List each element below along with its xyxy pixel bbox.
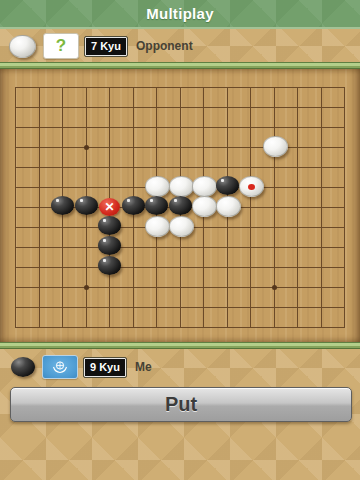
white-stone [169,216,194,237]
forbidden-x-marker: ✕ [99,198,120,216]
white-stone [169,176,194,197]
white-stone [216,196,241,217]
black-stone [216,176,239,195]
board-edge-top [0,62,360,69]
black-stone [98,256,121,275]
header-bar: Multiplay [0,0,360,29]
me-row: 9 Kyu Me [0,353,360,381]
board-edge-bottom [0,342,360,349]
me-name: Me [135,360,152,374]
star-point [84,145,89,150]
black-stone [98,216,121,235]
opponent-rank-badge: 7 Kyu [85,37,127,56]
last-move-dot [248,184,255,190]
board-wood: ✕ [0,69,360,342]
goban-board[interactable]: ✕ [0,62,360,349]
question-mark-icon: ? [56,36,66,56]
black-stone [51,196,74,215]
white-stone [192,196,217,217]
opponent-row: ? 7 Kyu Opponent [0,32,360,60]
opponent-flag-unknown: ? [43,33,79,59]
white-stone [192,176,217,197]
me-stone-avatar [11,357,35,377]
me-rank-badge: 9 Kyu [84,358,126,377]
black-stone [98,236,121,255]
black-stone [75,196,98,215]
black-stone [122,196,145,215]
white-stone [145,216,170,237]
star-point [84,285,89,290]
black-stone [145,196,168,215]
black-stone [169,196,192,215]
white-stone-last-move [239,176,264,197]
opponent-name: Opponent [136,39,193,53]
white-stone [263,136,288,157]
star-point [272,285,277,290]
page-title: Multiplay [146,5,214,22]
opponent-stone-avatar [9,35,36,58]
put-button[interactable]: Put [10,387,352,422]
un-flag-icon [42,355,78,379]
un-emblem-icon [51,359,69,375]
app-screen: Multiplay ? 7 Kyu Opponent ✕ 9 Kyu [0,0,360,480]
white-stone [145,176,170,197]
